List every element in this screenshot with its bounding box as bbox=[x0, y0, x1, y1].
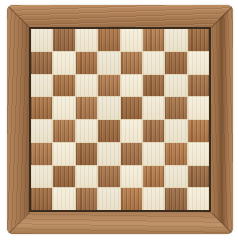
square-a6 bbox=[31, 75, 52, 97]
playing-field bbox=[29, 27, 211, 212]
square-h3 bbox=[188, 143, 209, 165]
square-d5 bbox=[98, 97, 119, 119]
square-b5 bbox=[53, 97, 74, 119]
square-h7 bbox=[188, 52, 209, 74]
square-d8 bbox=[98, 29, 119, 51]
square-d4 bbox=[98, 120, 119, 142]
square-d2 bbox=[98, 166, 119, 188]
square-f5 bbox=[143, 97, 164, 119]
square-c2 bbox=[76, 166, 97, 188]
square-a4 bbox=[31, 120, 52, 142]
square-f2 bbox=[143, 166, 164, 188]
square-e1 bbox=[121, 188, 142, 210]
square-c5 bbox=[76, 97, 97, 119]
square-e7 bbox=[121, 52, 142, 74]
square-g6 bbox=[165, 75, 186, 97]
square-c4 bbox=[76, 120, 97, 142]
square-e6 bbox=[121, 75, 142, 97]
square-c3 bbox=[76, 143, 97, 165]
square-d7 bbox=[98, 52, 119, 74]
square-a3 bbox=[31, 143, 52, 165]
square-f4 bbox=[143, 120, 164, 142]
square-a1 bbox=[31, 188, 52, 210]
square-f6 bbox=[143, 75, 164, 97]
square-b3 bbox=[53, 143, 74, 165]
square-h5 bbox=[188, 97, 209, 119]
square-f1 bbox=[143, 188, 164, 210]
square-d3 bbox=[98, 143, 119, 165]
square-a2 bbox=[31, 166, 52, 188]
square-e5 bbox=[121, 97, 142, 119]
square-g7 bbox=[165, 52, 186, 74]
square-c1 bbox=[76, 188, 97, 210]
square-g4 bbox=[165, 120, 186, 142]
product-photo bbox=[0, 0, 238, 240]
square-g5 bbox=[165, 97, 186, 119]
square-h2 bbox=[188, 166, 209, 188]
square-f3 bbox=[143, 143, 164, 165]
square-h6 bbox=[188, 75, 209, 97]
square-b1 bbox=[53, 188, 74, 210]
square-c6 bbox=[76, 75, 97, 97]
square-b6 bbox=[53, 75, 74, 97]
square-a8 bbox=[31, 29, 52, 51]
square-c7 bbox=[76, 52, 97, 74]
board-frame-bottom bbox=[7, 212, 233, 234]
square-e2 bbox=[121, 166, 142, 188]
board-frame-right bbox=[211, 5, 233, 234]
square-g8 bbox=[165, 29, 186, 51]
square-e8 bbox=[121, 29, 142, 51]
square-a5 bbox=[31, 97, 52, 119]
square-h1 bbox=[188, 188, 209, 210]
square-b4 bbox=[53, 120, 74, 142]
square-d6 bbox=[98, 75, 119, 97]
square-h8 bbox=[188, 29, 209, 51]
square-b2 bbox=[53, 166, 74, 188]
board-frame-left bbox=[7, 5, 29, 234]
square-b8 bbox=[53, 29, 74, 51]
square-a7 bbox=[31, 52, 52, 74]
board-frame-top bbox=[7, 5, 233, 27]
square-f7 bbox=[143, 52, 164, 74]
square-g1 bbox=[165, 188, 186, 210]
square-f8 bbox=[143, 29, 164, 51]
square-c8 bbox=[76, 29, 97, 51]
chessboard bbox=[7, 5, 233, 234]
square-e3 bbox=[121, 143, 142, 165]
square-b7 bbox=[53, 52, 74, 74]
square-e4 bbox=[121, 120, 142, 142]
square-g2 bbox=[165, 166, 186, 188]
square-h4 bbox=[188, 120, 209, 142]
square-d1 bbox=[98, 188, 119, 210]
square-g3 bbox=[165, 143, 186, 165]
